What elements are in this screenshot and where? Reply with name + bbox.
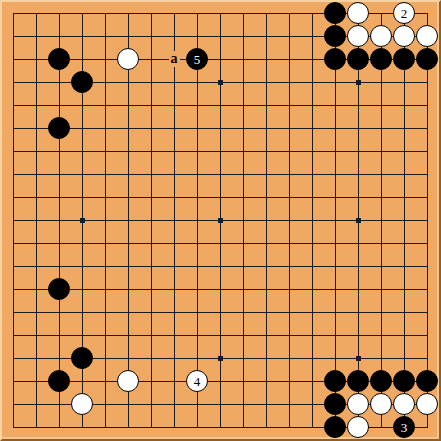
intersection-d16[interactable] [71, 347, 94, 370]
intersection-k17[interactable] [232, 370, 255, 393]
intersection-q6[interactable] [370, 117, 393, 140]
intersection-h17[interactable] [163, 370, 186, 393]
intersection-r15[interactable] [393, 324, 416, 347]
intersection-j2[interactable] [209, 25, 232, 48]
intersection-k12[interactable] [232, 255, 255, 278]
intersection-m16[interactable] [278, 347, 301, 370]
intersection-d8[interactable] [71, 163, 94, 186]
intersection-g10[interactable] [140, 209, 163, 232]
intersection-k19[interactable] [232, 416, 255, 439]
intersection-d9[interactable] [71, 186, 94, 209]
intersection-s17[interactable] [416, 370, 439, 393]
intersection-k4[interactable] [232, 71, 255, 94]
intersection-n17[interactable] [301, 370, 324, 393]
intersection-r19[interactable]: 3 [393, 416, 416, 439]
intersection-f19[interactable] [117, 416, 140, 439]
intersection-i3[interactable]: 5 [186, 48, 209, 71]
intersection-q16[interactable] [370, 347, 393, 370]
intersection-k16[interactable] [232, 347, 255, 370]
intersection-f2[interactable] [117, 25, 140, 48]
intersection-j8[interactable] [209, 163, 232, 186]
intersection-r10[interactable] [393, 209, 416, 232]
intersection-c3[interactable] [48, 48, 71, 71]
intersection-l8[interactable] [255, 163, 278, 186]
intersection-m18[interactable] [278, 393, 301, 416]
intersection-n13[interactable] [301, 278, 324, 301]
intersection-f12[interactable] [117, 255, 140, 278]
intersection-j4[interactable] [209, 71, 232, 94]
intersection-f14[interactable] [117, 301, 140, 324]
intersection-n14[interactable] [301, 301, 324, 324]
intersection-q13[interactable] [370, 278, 393, 301]
intersection-c14[interactable] [48, 301, 71, 324]
intersection-a14[interactable] [2, 301, 25, 324]
intersection-l12[interactable] [255, 255, 278, 278]
intersection-e13[interactable] [94, 278, 117, 301]
intersection-k5[interactable] [232, 94, 255, 117]
intersection-m8[interactable] [278, 163, 301, 186]
intersection-g15[interactable] [140, 324, 163, 347]
intersection-n16[interactable] [301, 347, 324, 370]
intersection-e17[interactable] [94, 370, 117, 393]
intersection-f3[interactable] [117, 48, 140, 71]
intersection-f7[interactable] [117, 140, 140, 163]
intersection-s19[interactable] [416, 416, 439, 439]
intersection-c11[interactable] [48, 232, 71, 255]
intersection-o10[interactable] [324, 209, 347, 232]
intersection-a18[interactable] [2, 393, 25, 416]
intersection-m6[interactable] [278, 117, 301, 140]
intersection-k18[interactable] [232, 393, 255, 416]
intersection-h18[interactable] [163, 393, 186, 416]
intersection-j18[interactable] [209, 393, 232, 416]
intersection-m3[interactable] [278, 48, 301, 71]
intersection-p17[interactable] [347, 370, 370, 393]
intersection-n11[interactable] [301, 232, 324, 255]
intersection-a7[interactable] [2, 140, 25, 163]
intersection-m19[interactable] [278, 416, 301, 439]
intersection-a13[interactable] [2, 278, 25, 301]
intersection-n5[interactable] [301, 94, 324, 117]
intersection-g17[interactable] [140, 370, 163, 393]
intersection-i19[interactable] [186, 416, 209, 439]
intersection-d15[interactable] [71, 324, 94, 347]
intersection-l15[interactable] [255, 324, 278, 347]
intersection-m10[interactable] [278, 209, 301, 232]
intersection-f5[interactable] [117, 94, 140, 117]
intersection-p2[interactable] [347, 25, 370, 48]
intersection-o7[interactable] [324, 140, 347, 163]
intersection-p13[interactable] [347, 278, 370, 301]
intersection-n15[interactable] [301, 324, 324, 347]
intersection-i8[interactable] [186, 163, 209, 186]
intersection-h9[interactable] [163, 186, 186, 209]
intersection-m15[interactable] [278, 324, 301, 347]
intersection-c17[interactable] [48, 370, 71, 393]
intersection-e9[interactable] [94, 186, 117, 209]
intersection-d18[interactable] [71, 393, 94, 416]
intersection-n9[interactable] [301, 186, 324, 209]
intersection-e10[interactable] [94, 209, 117, 232]
intersection-a6[interactable] [2, 117, 25, 140]
intersection-q14[interactable] [370, 301, 393, 324]
intersection-c5[interactable] [48, 94, 71, 117]
intersection-c18[interactable] [48, 393, 71, 416]
intersection-i13[interactable] [186, 278, 209, 301]
intersection-e4[interactable] [94, 71, 117, 94]
intersection-d7[interactable] [71, 140, 94, 163]
intersection-m13[interactable] [278, 278, 301, 301]
intersection-o15[interactable] [324, 324, 347, 347]
intersection-q19[interactable] [370, 416, 393, 439]
intersection-c4[interactable] [48, 71, 71, 94]
intersection-r7[interactable] [393, 140, 416, 163]
intersection-a15[interactable] [2, 324, 25, 347]
intersection-b18[interactable] [25, 393, 48, 416]
intersection-i9[interactable] [186, 186, 209, 209]
intersection-e19[interactable] [94, 416, 117, 439]
intersection-q7[interactable] [370, 140, 393, 163]
intersection-l16[interactable] [255, 347, 278, 370]
intersection-g18[interactable] [140, 393, 163, 416]
intersection-m11[interactable] [278, 232, 301, 255]
intersection-p6[interactable] [347, 117, 370, 140]
intersection-d12[interactable] [71, 255, 94, 278]
intersection-a1[interactable] [2, 2, 25, 25]
intersection-i5[interactable] [186, 94, 209, 117]
intersection-d14[interactable] [71, 301, 94, 324]
intersection-o1[interactable] [324, 2, 347, 25]
intersection-s8[interactable] [416, 163, 439, 186]
intersection-q9[interactable] [370, 186, 393, 209]
intersection-l19[interactable] [255, 416, 278, 439]
intersection-k7[interactable] [232, 140, 255, 163]
intersection-l3[interactable] [255, 48, 278, 71]
intersection-e7[interactable] [94, 140, 117, 163]
intersection-h12[interactable] [163, 255, 186, 278]
intersection-h3[interactable]: a [163, 48, 186, 71]
intersection-f6[interactable] [117, 117, 140, 140]
intersection-g2[interactable] [140, 25, 163, 48]
intersection-o12[interactable] [324, 255, 347, 278]
intersection-c15[interactable] [48, 324, 71, 347]
intersection-j16[interactable] [209, 347, 232, 370]
intersection-f11[interactable] [117, 232, 140, 255]
intersection-q4[interactable] [370, 71, 393, 94]
intersection-j17[interactable] [209, 370, 232, 393]
intersection-g8[interactable] [140, 163, 163, 186]
intersection-k11[interactable] [232, 232, 255, 255]
intersection-n4[interactable] [301, 71, 324, 94]
intersection-o3[interactable] [324, 48, 347, 71]
intersection-a12[interactable] [2, 255, 25, 278]
intersection-q11[interactable] [370, 232, 393, 255]
intersection-g12[interactable] [140, 255, 163, 278]
intersection-o18[interactable] [324, 393, 347, 416]
intersection-p10[interactable] [347, 209, 370, 232]
intersection-s5[interactable] [416, 94, 439, 117]
intersection-i18[interactable] [186, 393, 209, 416]
intersection-i2[interactable] [186, 25, 209, 48]
intersection-k14[interactable] [232, 301, 255, 324]
intersection-b5[interactable] [25, 94, 48, 117]
intersection-d13[interactable] [71, 278, 94, 301]
intersection-n2[interactable] [301, 25, 324, 48]
intersection-h11[interactable] [163, 232, 186, 255]
intersection-e18[interactable] [94, 393, 117, 416]
intersection-k8[interactable] [232, 163, 255, 186]
intersection-r5[interactable] [393, 94, 416, 117]
intersection-j15[interactable] [209, 324, 232, 347]
intersection-c10[interactable] [48, 209, 71, 232]
intersection-e3[interactable] [94, 48, 117, 71]
intersection-c13[interactable] [48, 278, 71, 301]
intersection-b19[interactable] [25, 416, 48, 439]
intersection-k6[interactable] [232, 117, 255, 140]
intersection-s2[interactable] [416, 25, 439, 48]
intersection-c16[interactable] [48, 347, 71, 370]
intersection-r9[interactable] [393, 186, 416, 209]
intersection-l5[interactable] [255, 94, 278, 117]
intersection-a9[interactable] [2, 186, 25, 209]
intersection-m17[interactable] [278, 370, 301, 393]
intersection-s9[interactable] [416, 186, 439, 209]
intersection-p4[interactable] [347, 71, 370, 94]
intersection-a10[interactable] [2, 209, 25, 232]
intersection-a3[interactable] [2, 48, 25, 71]
intersection-g5[interactable] [140, 94, 163, 117]
intersection-e8[interactable] [94, 163, 117, 186]
intersection-f18[interactable] [117, 393, 140, 416]
intersection-r13[interactable] [393, 278, 416, 301]
intersection-k3[interactable] [232, 48, 255, 71]
intersection-g9[interactable] [140, 186, 163, 209]
intersection-g6[interactable] [140, 117, 163, 140]
intersection-q15[interactable] [370, 324, 393, 347]
intersection-h14[interactable] [163, 301, 186, 324]
intersection-g19[interactable] [140, 416, 163, 439]
intersection-e11[interactable] [94, 232, 117, 255]
intersection-a16[interactable] [2, 347, 25, 370]
intersection-d5[interactable] [71, 94, 94, 117]
intersection-h7[interactable] [163, 140, 186, 163]
intersection-e12[interactable] [94, 255, 117, 278]
intersection-m4[interactable] [278, 71, 301, 94]
intersection-j13[interactable] [209, 278, 232, 301]
intersection-r6[interactable] [393, 117, 416, 140]
intersection-f13[interactable] [117, 278, 140, 301]
intersection-o5[interactable] [324, 94, 347, 117]
intersection-a17[interactable] [2, 370, 25, 393]
intersection-p9[interactable] [347, 186, 370, 209]
intersection-j11[interactable] [209, 232, 232, 255]
intersection-g1[interactable] [140, 2, 163, 25]
intersection-i6[interactable] [186, 117, 209, 140]
intersection-p8[interactable] [347, 163, 370, 186]
intersection-f4[interactable] [117, 71, 140, 94]
intersection-j10[interactable] [209, 209, 232, 232]
intersection-d11[interactable] [71, 232, 94, 255]
intersection-s18[interactable] [416, 393, 439, 416]
intersection-h4[interactable] [163, 71, 186, 94]
intersection-r17[interactable] [393, 370, 416, 393]
intersection-a19[interactable] [2, 416, 25, 439]
intersection-n10[interactable] [301, 209, 324, 232]
intersection-j14[interactable] [209, 301, 232, 324]
intersection-j5[interactable] [209, 94, 232, 117]
intersection-p19[interactable] [347, 416, 370, 439]
intersection-r1[interactable]: 2 [393, 2, 416, 25]
intersection-g13[interactable] [140, 278, 163, 301]
intersection-p15[interactable] [347, 324, 370, 347]
intersection-s3[interactable] [416, 48, 439, 71]
intersection-h5[interactable] [163, 94, 186, 117]
intersection-q8[interactable] [370, 163, 393, 186]
intersection-s4[interactable] [416, 71, 439, 94]
intersection-p18[interactable] [347, 393, 370, 416]
intersection-g3[interactable] [140, 48, 163, 71]
intersection-m5[interactable] [278, 94, 301, 117]
intersection-p1[interactable] [347, 2, 370, 25]
intersection-r18[interactable] [393, 393, 416, 416]
intersection-q1[interactable] [370, 2, 393, 25]
intersection-l14[interactable] [255, 301, 278, 324]
intersection-q18[interactable] [370, 393, 393, 416]
intersection-b1[interactable] [25, 2, 48, 25]
intersection-m1[interactable] [278, 2, 301, 25]
intersection-r11[interactable] [393, 232, 416, 255]
intersection-h15[interactable] [163, 324, 186, 347]
intersection-h19[interactable] [163, 416, 186, 439]
intersection-b3[interactable] [25, 48, 48, 71]
intersection-l9[interactable] [255, 186, 278, 209]
intersection-r3[interactable] [393, 48, 416, 71]
intersection-k1[interactable] [232, 2, 255, 25]
intersection-l1[interactable] [255, 2, 278, 25]
intersection-h1[interactable] [163, 2, 186, 25]
intersection-p11[interactable] [347, 232, 370, 255]
intersection-s6[interactable] [416, 117, 439, 140]
intersection-n18[interactable] [301, 393, 324, 416]
intersection-s1[interactable] [416, 2, 439, 25]
intersection-p5[interactable] [347, 94, 370, 117]
intersection-n7[interactable] [301, 140, 324, 163]
intersection-g4[interactable] [140, 71, 163, 94]
intersection-r16[interactable] [393, 347, 416, 370]
intersection-o16[interactable] [324, 347, 347, 370]
intersection-k10[interactable] [232, 209, 255, 232]
intersection-i7[interactable] [186, 140, 209, 163]
intersection-d2[interactable] [71, 25, 94, 48]
intersection-r8[interactable] [393, 163, 416, 186]
intersection-i10[interactable] [186, 209, 209, 232]
intersection-h6[interactable] [163, 117, 186, 140]
intersection-i16[interactable] [186, 347, 209, 370]
intersection-r2[interactable] [393, 25, 416, 48]
intersection-r4[interactable] [393, 71, 416, 94]
intersection-k15[interactable] [232, 324, 255, 347]
intersection-h8[interactable] [163, 163, 186, 186]
intersection-g7[interactable] [140, 140, 163, 163]
intersection-b16[interactable] [25, 347, 48, 370]
intersection-p3[interactable] [347, 48, 370, 71]
intersection-s15[interactable] [416, 324, 439, 347]
intersection-n8[interactable] [301, 163, 324, 186]
intersection-d4[interactable] [71, 71, 94, 94]
intersection-b13[interactable] [25, 278, 48, 301]
intersection-a4[interactable] [2, 71, 25, 94]
intersection-c8[interactable] [48, 163, 71, 186]
intersection-l7[interactable] [255, 140, 278, 163]
intersection-a2[interactable] [2, 25, 25, 48]
intersection-j19[interactable] [209, 416, 232, 439]
intersection-n6[interactable] [301, 117, 324, 140]
intersection-q3[interactable] [370, 48, 393, 71]
intersection-i1[interactable] [186, 2, 209, 25]
intersection-h2[interactable] [163, 25, 186, 48]
intersection-j7[interactable] [209, 140, 232, 163]
intersection-b7[interactable] [25, 140, 48, 163]
intersection-c1[interactable] [48, 2, 71, 25]
intersection-l4[interactable] [255, 71, 278, 94]
intersection-s7[interactable] [416, 140, 439, 163]
intersection-i15[interactable] [186, 324, 209, 347]
intersection-o4[interactable] [324, 71, 347, 94]
intersection-e15[interactable] [94, 324, 117, 347]
intersection-o2[interactable] [324, 25, 347, 48]
intersection-b4[interactable] [25, 71, 48, 94]
intersection-b14[interactable] [25, 301, 48, 324]
intersection-b15[interactable] [25, 324, 48, 347]
intersection-q12[interactable] [370, 255, 393, 278]
intersection-h16[interactable] [163, 347, 186, 370]
intersection-d10[interactable] [71, 209, 94, 232]
intersection-k2[interactable] [232, 25, 255, 48]
intersection-q17[interactable] [370, 370, 393, 393]
intersection-p14[interactable] [347, 301, 370, 324]
intersection-e2[interactable] [94, 25, 117, 48]
intersection-o17[interactable] [324, 370, 347, 393]
intersection-l2[interactable] [255, 25, 278, 48]
intersection-c7[interactable] [48, 140, 71, 163]
intersection-s13[interactable] [416, 278, 439, 301]
intersection-j6[interactable] [209, 117, 232, 140]
intersection-d19[interactable] [71, 416, 94, 439]
intersection-q10[interactable] [370, 209, 393, 232]
intersection-s12[interactable] [416, 255, 439, 278]
intersection-a11[interactable] [2, 232, 25, 255]
intersection-i4[interactable] [186, 71, 209, 94]
intersection-g11[interactable] [140, 232, 163, 255]
intersection-b12[interactable] [25, 255, 48, 278]
intersection-k13[interactable] [232, 278, 255, 301]
intersection-q5[interactable] [370, 94, 393, 117]
intersection-m12[interactable] [278, 255, 301, 278]
intersection-f17[interactable] [117, 370, 140, 393]
intersection-b10[interactable] [25, 209, 48, 232]
intersection-m14[interactable] [278, 301, 301, 324]
intersection-a8[interactable] [2, 163, 25, 186]
intersection-e16[interactable] [94, 347, 117, 370]
intersection-h13[interactable] [163, 278, 186, 301]
intersection-i12[interactable] [186, 255, 209, 278]
intersection-p16[interactable] [347, 347, 370, 370]
intersection-f16[interactable] [117, 347, 140, 370]
intersection-s10[interactable] [416, 209, 439, 232]
intersection-b2[interactable] [25, 25, 48, 48]
intersection-b11[interactable] [25, 232, 48, 255]
intersection-r12[interactable] [393, 255, 416, 278]
